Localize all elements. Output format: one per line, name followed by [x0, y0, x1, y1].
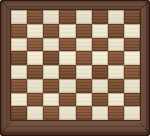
square-h3[interactable]: [124, 79, 140, 93]
square-h1[interactable]: [124, 106, 140, 120]
square-b2[interactable]: [27, 93, 43, 107]
square-d1[interactable]: [59, 106, 75, 120]
square-e3[interactable]: [76, 79, 92, 93]
square-g3[interactable]: [108, 79, 124, 93]
square-e1[interactable]: [76, 106, 92, 120]
square-a2[interactable]: [11, 93, 27, 107]
frame-miter-joint-bottom-left: [0, 120, 11, 136]
square-a4[interactable]: [11, 65, 27, 79]
square-d2[interactable]: [59, 93, 75, 107]
square-h7[interactable]: [124, 24, 140, 38]
square-c4[interactable]: [43, 65, 59, 79]
square-f7[interactable]: [92, 24, 108, 38]
square-g1[interactable]: [108, 106, 124, 120]
square-e5[interactable]: [76, 51, 92, 65]
square-f4[interactable]: [92, 65, 108, 79]
board-squares: [11, 10, 140, 120]
square-g2[interactable]: [108, 93, 124, 107]
square-a8[interactable]: [11, 10, 27, 24]
square-g8[interactable]: [108, 10, 124, 24]
square-b5[interactable]: [27, 51, 43, 65]
square-h4[interactable]: [124, 65, 140, 79]
square-f6[interactable]: [92, 38, 108, 52]
square-a1[interactable]: [11, 106, 27, 120]
square-d6[interactable]: [59, 38, 75, 52]
frame-miter-joint-top-left: [0, 0, 11, 10]
square-b8[interactable]: [27, 10, 43, 24]
square-a6[interactable]: [11, 38, 27, 52]
square-b4[interactable]: [27, 65, 43, 79]
square-b6[interactable]: [27, 38, 43, 52]
square-b3[interactable]: [27, 79, 43, 93]
board-frame-top: [0, 0, 150, 10]
square-h6[interactable]: [124, 38, 140, 52]
board-frame-bottom: [0, 120, 150, 136]
square-c7[interactable]: [43, 24, 59, 38]
square-e6[interactable]: [76, 38, 92, 52]
square-f8[interactable]: [92, 10, 108, 24]
square-g7[interactable]: [108, 24, 124, 38]
square-f3[interactable]: [92, 79, 108, 93]
square-c2[interactable]: [43, 93, 59, 107]
square-c8[interactable]: [43, 10, 59, 24]
square-a5[interactable]: [11, 51, 27, 65]
square-d8[interactable]: [59, 10, 75, 24]
square-d7[interactable]: [59, 24, 75, 38]
frame-miter-joint-bottom-right: [140, 120, 150, 136]
square-c1[interactable]: [43, 106, 59, 120]
square-e7[interactable]: [76, 24, 92, 38]
square-e2[interactable]: [76, 93, 92, 107]
frame-miter-joint-top-right: [140, 0, 150, 10]
square-a3[interactable]: [11, 79, 27, 93]
chess-board: [0, 0, 150, 136]
square-f5[interactable]: [92, 51, 108, 65]
board-frame-left: [0, 0, 11, 136]
square-e4[interactable]: [76, 65, 92, 79]
square-f1[interactable]: [92, 106, 108, 120]
square-h5[interactable]: [124, 51, 140, 65]
square-e8[interactable]: [76, 10, 92, 24]
square-g6[interactable]: [108, 38, 124, 52]
square-d3[interactable]: [59, 79, 75, 93]
square-c5[interactable]: [43, 51, 59, 65]
square-d4[interactable]: [59, 65, 75, 79]
square-g4[interactable]: [108, 65, 124, 79]
square-h8[interactable]: [124, 10, 140, 24]
square-c3[interactable]: [43, 79, 59, 93]
board-frame-right: [140, 0, 150, 136]
square-f2[interactable]: [92, 93, 108, 107]
square-b1[interactable]: [27, 106, 43, 120]
square-c6[interactable]: [43, 38, 59, 52]
square-d5[interactable]: [59, 51, 75, 65]
square-h2[interactable]: [124, 93, 140, 107]
square-g5[interactable]: [108, 51, 124, 65]
square-a7[interactable]: [11, 24, 27, 38]
square-b7[interactable]: [27, 24, 43, 38]
